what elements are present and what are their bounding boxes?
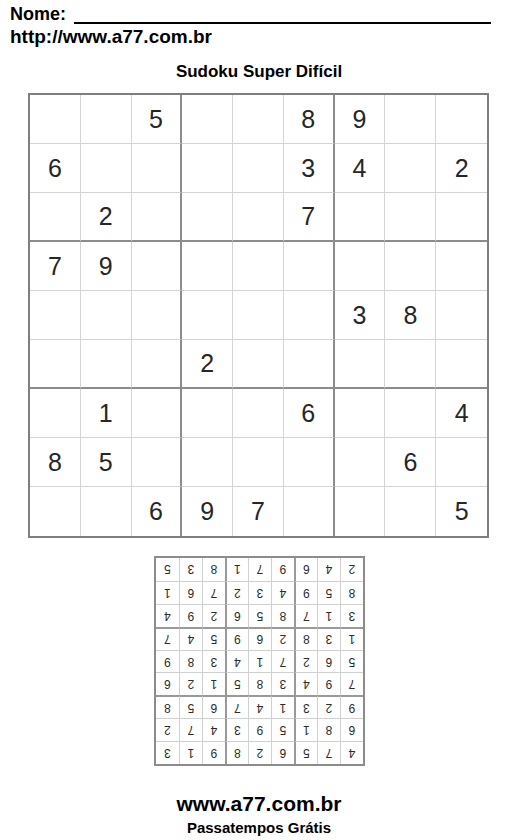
puzzle-cell-r1c1 xyxy=(30,95,81,144)
solution-cell-r1c3: 5 xyxy=(294,741,317,764)
puzzle-cell-r5c1 xyxy=(30,291,81,340)
footer-tagline: Passatempos Grátis xyxy=(0,819,518,836)
puzzle-cell-r9c3: 6 xyxy=(132,487,183,536)
solution-cell-r8c2: 5 xyxy=(317,581,340,604)
puzzle-cell-r1c6: 8 xyxy=(284,95,335,144)
solution-cell-r5c5: 1 xyxy=(248,650,271,673)
puzzle-cell-r1c7: 9 xyxy=(335,95,386,144)
solution-cell-r3c4: 1 xyxy=(271,695,294,718)
puzzle-cell-r5c9 xyxy=(436,291,487,340)
puzzle-cell-r9c4: 9 xyxy=(182,487,233,536)
puzzle-cell-r4c9 xyxy=(436,242,487,291)
solution-cell-r3c5: 4 xyxy=(248,695,271,718)
solution-cell-r6c9: 7 xyxy=(156,627,179,650)
solution-cell-r2c2: 8 xyxy=(317,718,340,741)
puzzle-cell-r8c3 xyxy=(132,438,183,487)
page-title: Sudoku Super Difícil xyxy=(0,62,518,82)
puzzle-cell-r7c8 xyxy=(385,389,436,438)
puzzle-cell-r8c5 xyxy=(233,438,284,487)
puzzle-cell-r8c6 xyxy=(284,438,335,487)
puzzle-cell-r8c7 xyxy=(335,438,386,487)
name-label: Nome: xyxy=(10,4,66,24)
solution-cell-r6c4: 2 xyxy=(271,627,294,650)
name-row: Nome: xyxy=(10,4,491,24)
puzzle-cell-r4c8 xyxy=(385,242,436,291)
puzzle-cell-r2c3 xyxy=(132,144,183,193)
puzzle-cell-r7c7 xyxy=(335,389,386,438)
puzzle-cell-r2c6: 3 xyxy=(284,144,335,193)
solution-cell-r1c2: 7 xyxy=(317,741,340,764)
solution-cell-r4c4: 3 xyxy=(271,672,294,695)
solution-cell-r5c9: 9 xyxy=(156,650,179,673)
solution-cell-r6c5: 6 xyxy=(248,627,271,650)
solution-cell-r6c1: 1 xyxy=(340,627,363,650)
puzzle-cell-r8c1: 8 xyxy=(30,438,81,487)
solution-cell-r4c3: 4 xyxy=(294,672,317,695)
solution-cell-r7c3: 7 xyxy=(294,604,317,627)
puzzle-cell-r7c3 xyxy=(132,389,183,438)
footer-site: www.a77.com.br xyxy=(0,792,518,816)
puzzle-cell-r7c1 xyxy=(30,389,81,438)
solution-cell-r7c6: 6 xyxy=(225,604,248,627)
puzzle-cell-r3c9 xyxy=(436,193,487,242)
puzzle-cell-r2c7: 4 xyxy=(335,144,386,193)
solution-cell-r7c1: 3 xyxy=(340,604,363,627)
solution-grid: 4756289136815934729231476587943851265627… xyxy=(154,556,365,766)
puzzle-cell-r4c1: 7 xyxy=(30,242,81,291)
puzzle-cell-r1c4 xyxy=(182,95,233,144)
puzzle-cell-r3c3 xyxy=(132,193,183,242)
solution-cell-r3c1: 9 xyxy=(340,695,363,718)
solution-cell-r7c2: 1 xyxy=(317,604,340,627)
solution-cell-r8c4: 4 xyxy=(271,581,294,604)
puzzle-cell-r6c4: 2 xyxy=(182,340,233,389)
solution-cell-r8c3: 9 xyxy=(294,581,317,604)
puzzle-cell-r1c8 xyxy=(385,95,436,144)
puzzle-cell-r1c9 xyxy=(436,95,487,144)
puzzle-cell-r3c6: 7 xyxy=(284,193,335,242)
solution-cell-r4c2: 9 xyxy=(317,672,340,695)
puzzle-cell-r6c2 xyxy=(81,340,132,389)
solution-cell-r1c9: 3 xyxy=(156,741,179,764)
puzzle-cell-r7c2: 1 xyxy=(81,389,132,438)
puzzle-cell-r3c5 xyxy=(233,193,284,242)
puzzle-cell-r4c2: 9 xyxy=(81,242,132,291)
puzzle-grid: 589634227793821648566975 xyxy=(28,93,489,538)
solution-cell-r9c3: 6 xyxy=(294,558,317,581)
solution-cell-r1c6: 8 xyxy=(225,741,248,764)
solution-cell-r4c8: 2 xyxy=(179,672,202,695)
url-header: http://www.a77.com.br xyxy=(10,26,212,48)
solution-cell-r9c6: 1 xyxy=(225,558,248,581)
puzzle-cell-r6c6 xyxy=(284,340,335,389)
solution-cell-r8c6: 2 xyxy=(225,581,248,604)
puzzle-cell-r9c8 xyxy=(385,487,436,536)
puzzle-cell-r4c6 xyxy=(284,242,335,291)
puzzle-cell-r9c5: 7 xyxy=(233,487,284,536)
puzzle-cell-r3c4 xyxy=(182,193,233,242)
solution-cell-r7c9: 4 xyxy=(156,604,179,627)
puzzle-cell-r3c7 xyxy=(335,193,386,242)
solution-cell-r4c6: 5 xyxy=(225,672,248,695)
puzzle-cell-r9c9: 5 xyxy=(436,487,487,536)
solution-cell-r1c1: 4 xyxy=(340,741,363,764)
solution-cell-r6c8: 4 xyxy=(179,627,202,650)
puzzle-cell-r4c5 xyxy=(233,242,284,291)
solution-cell-r2c1: 6 xyxy=(340,718,363,741)
solution-cell-r7c5: 5 xyxy=(248,604,271,627)
puzzle-cell-r6c3 xyxy=(132,340,183,389)
puzzle-cell-r5c8: 8 xyxy=(385,291,436,340)
solution-cell-r9c2: 4 xyxy=(317,558,340,581)
solution-cell-r7c8: 9 xyxy=(179,604,202,627)
puzzle-cell-r1c5 xyxy=(233,95,284,144)
puzzle-cell-r7c6: 6 xyxy=(284,389,335,438)
solution-cell-r3c8: 5 xyxy=(179,695,202,718)
solution-cell-r8c8: 6 xyxy=(179,581,202,604)
puzzle-cell-r2c9: 2 xyxy=(436,144,487,193)
solution-cell-r3c9: 8 xyxy=(156,695,179,718)
puzzle-cell-r8c8: 6 xyxy=(385,438,436,487)
solution-cell-r9c4: 9 xyxy=(271,558,294,581)
puzzle-cell-r2c2 xyxy=(81,144,132,193)
solution-cell-r1c7: 9 xyxy=(202,741,225,764)
solution-cell-r1c5: 2 xyxy=(248,741,271,764)
solution-cell-r4c5: 8 xyxy=(248,672,271,695)
puzzle-cell-r9c7 xyxy=(335,487,386,536)
puzzle-cell-r5c3 xyxy=(132,291,183,340)
solution-cell-r3c7: 6 xyxy=(202,695,225,718)
solution-cell-r4c9: 6 xyxy=(156,672,179,695)
puzzle-cell-r6c1 xyxy=(30,340,81,389)
puzzle-cell-r4c4 xyxy=(182,242,233,291)
puzzle-cell-r4c7 xyxy=(335,242,386,291)
solution-cell-r5c8: 8 xyxy=(179,650,202,673)
puzzle-cell-r9c6 xyxy=(284,487,335,536)
solution-cell-r1c4: 6 xyxy=(271,741,294,764)
solution-cell-r8c7: 7 xyxy=(202,581,225,604)
puzzle-cell-r8c9 xyxy=(436,438,487,487)
solution-cell-r6c2: 3 xyxy=(317,627,340,650)
solution-cell-r4c1: 7 xyxy=(340,672,363,695)
name-underline xyxy=(74,5,491,24)
solution-cell-r2c6: 3 xyxy=(225,718,248,741)
solution-cell-r6c3: 8 xyxy=(294,627,317,650)
solution-cell-r3c3: 3 xyxy=(294,695,317,718)
puzzle-cell-r7c9: 4 xyxy=(436,389,487,438)
solution-cell-r1c8: 1 xyxy=(179,741,202,764)
puzzle-cell-r2c8 xyxy=(385,144,436,193)
solution-cell-r2c5: 9 xyxy=(248,718,271,741)
puzzle-cell-r5c5 xyxy=(233,291,284,340)
solution-cell-r5c1: 5 xyxy=(340,650,363,673)
solution-cell-r5c4: 7 xyxy=(271,650,294,673)
solution-cell-r7c4: 8 xyxy=(271,604,294,627)
puzzle-cell-r2c4 xyxy=(182,144,233,193)
puzzle-cell-r9c1 xyxy=(30,487,81,536)
puzzle-cell-r6c5 xyxy=(233,340,284,389)
solution-cell-r8c1: 8 xyxy=(340,581,363,604)
solution-cell-r5c6: 4 xyxy=(225,650,248,673)
puzzle-cell-r5c4 xyxy=(182,291,233,340)
solution-cell-r8c9: 1 xyxy=(156,581,179,604)
solution-cell-r2c4: 5 xyxy=(271,718,294,741)
puzzle-cell-r8c2: 5 xyxy=(81,438,132,487)
puzzle-cell-r4c3 xyxy=(132,242,183,291)
puzzle-cell-r2c5 xyxy=(233,144,284,193)
solution-cell-r5c3: 2 xyxy=(294,650,317,673)
puzzle-cell-r6c7 xyxy=(335,340,386,389)
solution-cell-r9c1: 2 xyxy=(340,558,363,581)
solution-cell-r2c7: 4 xyxy=(202,718,225,741)
puzzle-cell-r6c9 xyxy=(436,340,487,389)
solution-cell-r2c8: 7 xyxy=(179,718,202,741)
solution-cell-r7c7: 2 xyxy=(202,604,225,627)
puzzle-cell-r5c6 xyxy=(284,291,335,340)
solution-cell-r2c3: 1 xyxy=(294,718,317,741)
puzzle-cell-r3c1 xyxy=(30,193,81,242)
puzzle-cell-r5c7: 3 xyxy=(335,291,386,340)
puzzle-cell-r1c2 xyxy=(81,95,132,144)
puzzle-cell-r2c1: 6 xyxy=(30,144,81,193)
solution-cell-r9c8: 3 xyxy=(179,558,202,581)
solution-cell-r8c5: 3 xyxy=(248,581,271,604)
solution-cell-r9c5: 7 xyxy=(248,558,271,581)
solution-cell-r9c7: 8 xyxy=(202,558,225,581)
puzzle-cell-r5c2 xyxy=(81,291,132,340)
puzzle-cell-r6c8 xyxy=(385,340,436,389)
solution-cell-r6c7: 5 xyxy=(202,627,225,650)
solution-cell-r5c2: 6 xyxy=(317,650,340,673)
puzzle-cell-r8c4 xyxy=(182,438,233,487)
puzzle-cell-r7c4 xyxy=(182,389,233,438)
solution-cell-r3c2: 2 xyxy=(317,695,340,718)
puzzle-cell-r1c3: 5 xyxy=(132,95,183,144)
solution-cell-r6c6: 9 xyxy=(225,627,248,650)
puzzle-cell-r9c2 xyxy=(81,487,132,536)
puzzle-cell-r7c5 xyxy=(233,389,284,438)
puzzle-cell-r3c8 xyxy=(385,193,436,242)
puzzle-cell-r3c2: 2 xyxy=(81,193,132,242)
solution-cell-r2c9: 2 xyxy=(156,718,179,741)
solution-cell-r9c9: 5 xyxy=(156,558,179,581)
solution-cell-r3c6: 7 xyxy=(225,695,248,718)
solution-cell-r4c7: 1 xyxy=(202,672,225,695)
solution-cell-r5c7: 3 xyxy=(202,650,225,673)
